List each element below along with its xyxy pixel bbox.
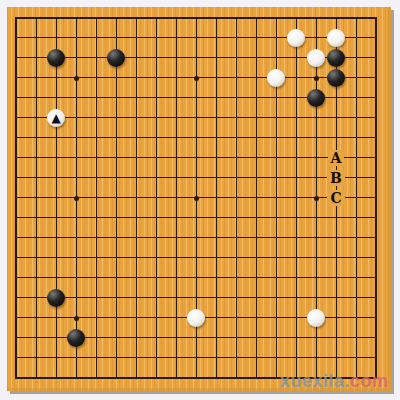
black-stone [307, 89, 325, 107]
intersection [306, 308, 326, 328]
label-A: A [328, 150, 345, 166]
marked-white-stone: ▲ [47, 109, 65, 127]
intersection: B [326, 168, 346, 188]
intersection [66, 328, 86, 348]
white-stone [287, 29, 305, 47]
watermark: xuexila.com [280, 371, 389, 392]
intersection [306, 88, 326, 108]
intersection [46, 288, 66, 308]
black-stone [327, 49, 345, 67]
white-stone [307, 309, 325, 327]
label-B: B [327, 170, 345, 186]
intersection [286, 28, 306, 48]
black-stone [47, 49, 65, 67]
intersection: C [326, 188, 346, 208]
go-board: ▲ABC [7, 7, 391, 391]
intersection: A [326, 148, 346, 168]
stone-layer: ▲ABC [6, 8, 386, 388]
black-stone [47, 289, 65, 307]
intersection [266, 68, 286, 88]
white-stone [307, 49, 325, 67]
intersection [306, 48, 326, 68]
intersection [326, 28, 346, 48]
white-stone [187, 309, 205, 327]
black-stone [327, 69, 345, 87]
intersection [106, 48, 126, 68]
black-stone [107, 49, 125, 67]
intersection [46, 48, 66, 68]
intersection [186, 308, 206, 328]
triangle-marker: ▲ [51, 112, 60, 124]
intersection: ▲ [46, 108, 66, 128]
go-diagram: ▲ABC xuexila.com [0, 0, 400, 400]
watermark-tld: com [350, 371, 389, 391]
intersection [326, 68, 346, 88]
watermark-site: xuexila [280, 371, 345, 391]
intersection [326, 48, 346, 68]
label-C: C [327, 190, 344, 206]
white-stone [327, 29, 345, 47]
black-stone [67, 329, 85, 347]
white-stone [267, 69, 285, 87]
